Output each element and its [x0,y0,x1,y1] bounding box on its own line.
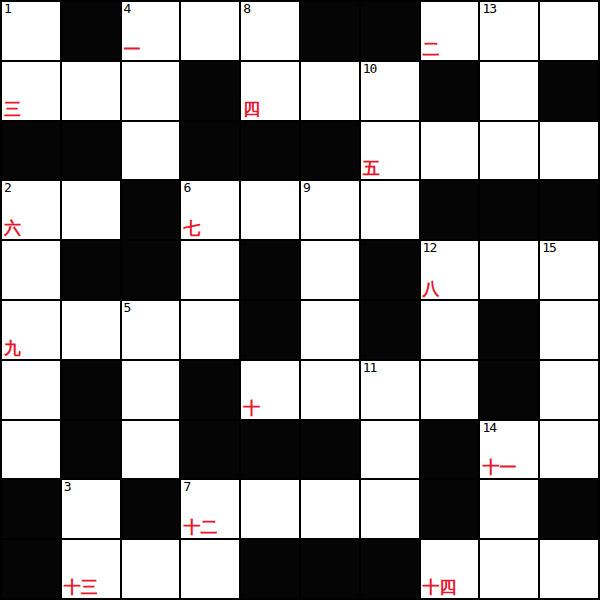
cell-r9c1[interactable]: 十三 [61,539,121,599]
cell-r2c0 [1,121,61,181]
red-clue-label: 十三 [64,579,98,596]
cell-r4c9[interactable]: 15 [539,240,599,300]
red-clue-label: 三 [4,101,21,118]
cell-r3c1[interactable] [61,180,121,240]
cell-r4c1 [61,240,121,300]
cell-r0c5 [300,1,360,61]
cell-r6c0[interactable] [1,360,61,420]
red-clue-label: 十二 [183,519,217,536]
cell-r0c3[interactable] [180,1,240,61]
cell-r1c0[interactable]: 三 [1,61,61,121]
cell-r9c7[interactable]: 十四 [420,539,480,599]
cell-r1c7 [420,61,480,121]
cell-r4c4 [240,240,300,300]
cell-r2c2[interactable] [121,121,181,181]
cell-r1c2[interactable] [121,61,181,121]
cell-r0c2[interactable]: 4一 [121,1,181,61]
cell-r2c9[interactable] [539,121,599,181]
cell-r1c8[interactable] [479,61,539,121]
cell-r9c9[interactable] [539,539,599,599]
cell-r7c0[interactable] [1,420,61,480]
cell-r6c3 [180,360,240,420]
red-clue-label: 八 [423,280,440,297]
red-clue-label: 十 [243,400,260,417]
cell-r4c0[interactable] [1,240,61,300]
red-clue-label: 四 [243,101,260,118]
cell-r5c6 [360,300,420,360]
cell-r3c4[interactable] [240,180,300,240]
cell-r3c6[interactable] [360,180,420,240]
cell-r4c3[interactable] [180,240,240,300]
cell-r0c0[interactable]: 1 [1,1,61,61]
cell-r7c8[interactable]: 14十一 [479,420,539,480]
cell-r1c6[interactable]: 10 [360,61,420,121]
crossword-board: 14一8二13三四10五2六6七912八15九5十1114十一37十二十三十四 [0,0,600,600]
cell-r3c9 [539,180,599,240]
cell-r1c5[interactable] [300,61,360,121]
cell-r3c2 [121,180,181,240]
cell-r6c2[interactable] [121,360,181,420]
cell-r9c5 [300,539,360,599]
cell-r8c1[interactable]: 3 [61,479,121,539]
clue-number: 9 [303,181,310,195]
cell-r7c5 [300,420,360,480]
cell-r5c9[interactable] [539,300,599,360]
red-clue-label: 五 [363,160,380,177]
red-clue-label: 二 [423,41,440,58]
cell-r8c9 [539,479,599,539]
cell-r7c4 [240,420,300,480]
cell-r7c6[interactable] [360,420,420,480]
red-clue-label: 七 [183,220,200,237]
cell-r6c8 [479,360,539,420]
cell-r2c1 [61,121,121,181]
cell-r5c1[interactable] [61,300,121,360]
cell-r0c8[interactable]: 13 [479,1,539,61]
cell-r2c8[interactable] [479,121,539,181]
cell-r9c0 [1,539,61,599]
cell-r8c8[interactable] [479,479,539,539]
cell-r9c4 [240,539,300,599]
clue-number: 1 [4,2,11,16]
clue-number: 2 [4,181,11,195]
cell-r5c2[interactable]: 5 [121,300,181,360]
cell-r2c5 [300,121,360,181]
cell-r5c8 [479,300,539,360]
red-clue-label: 一 [124,41,141,58]
cell-r6c1 [61,360,121,420]
cell-r7c2[interactable] [121,420,181,480]
cell-r4c6 [360,240,420,300]
cell-r3c3[interactable]: 6七 [180,180,240,240]
cell-r6c6[interactable]: 11 [360,360,420,420]
clue-number: 5 [124,301,131,315]
cell-r2c7[interactable] [420,121,480,181]
clue-number: 4 [124,2,131,16]
cell-r6c4[interactable]: 十 [240,360,300,420]
cell-r9c2[interactable] [121,539,181,599]
cell-r4c7[interactable]: 12八 [420,240,480,300]
cell-r8c0 [1,479,61,539]
clue-number: 12 [423,241,437,255]
cell-r9c3[interactable] [180,539,240,599]
cell-r5c7[interactable] [420,300,480,360]
cell-r0c4[interactable]: 8 [240,1,300,61]
cell-r3c8 [479,180,539,240]
cell-r2c3 [180,121,240,181]
cell-r0c6 [360,1,420,61]
clue-number: 6 [183,181,190,195]
clue-number: 3 [64,480,71,494]
cell-r8c5[interactable] [300,479,360,539]
clue-number: 7 [183,480,190,494]
cell-r5c3[interactable] [180,300,240,360]
cell-r8c2 [121,479,181,539]
cell-r3c7 [420,180,480,240]
clue-number: 14 [482,421,496,435]
red-clue-label: 十四 [423,579,457,596]
cell-r8c4[interactable] [240,479,300,539]
cell-r6c7[interactable] [420,360,480,420]
clue-number: 8 [243,2,250,16]
cell-r8c6[interactable] [360,479,420,539]
cell-r0c9[interactable] [539,1,599,61]
cell-r1c1[interactable] [61,61,121,121]
cell-r0c1 [61,1,121,61]
cell-r3c0[interactable]: 2六 [1,180,61,240]
cell-r4c5[interactable] [300,240,360,300]
cell-r5c0[interactable]: 九 [1,300,61,360]
cell-r0c7[interactable]: 二 [420,1,480,61]
clue-number: 13 [482,2,496,16]
cell-r6c9[interactable] [539,360,599,420]
cell-r7c1 [61,420,121,480]
red-clue-label: 九 [4,340,21,357]
red-clue-label: 十一 [482,459,516,476]
clue-number: 15 [542,241,556,255]
clue-number: 10 [363,62,377,76]
cell-r1c4[interactable]: 四 [240,61,300,121]
cell-r7c7 [420,420,480,480]
red-clue-label: 六 [4,220,21,237]
cell-r5c5[interactable] [300,300,360,360]
cell-r8c7 [420,479,480,539]
cell-r2c6[interactable]: 五 [360,121,420,181]
cell-r3c5[interactable]: 9 [300,180,360,240]
cell-r7c3 [180,420,240,480]
cell-r1c9 [539,61,599,121]
cell-r5c4 [240,300,300,360]
clue-number: 11 [363,361,377,375]
cell-r1c3 [180,61,240,121]
cell-r4c2 [121,240,181,300]
cell-r9c6 [360,539,420,599]
cell-r9c8[interactable] [479,539,539,599]
cell-r2c4 [240,121,300,181]
cell-r6c5[interactable] [300,360,360,420]
cell-r8c3[interactable]: 7十二 [180,479,240,539]
cell-r7c9[interactable] [539,420,599,480]
cell-r4c8[interactable] [479,240,539,300]
